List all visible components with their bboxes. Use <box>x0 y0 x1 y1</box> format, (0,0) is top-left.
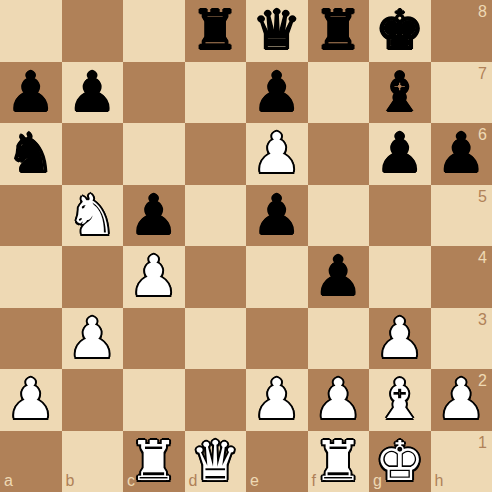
square-d2[interactable] <box>185 369 247 431</box>
square-g8[interactable]: ♚ <box>369 0 431 62</box>
square-d7[interactable] <box>185 62 247 124</box>
square-e4[interactable] <box>246 246 308 308</box>
piece-white-pawn[interactable]: ♟ <box>314 369 363 431</box>
square-b6[interactable] <box>62 123 124 185</box>
piece-black-pawn[interactable]: ♟ <box>68 62 117 124</box>
piece-black-pawn[interactable]: ♟ <box>375 123 424 185</box>
piece-white-rook[interactable]: ♜ <box>129 431 178 492</box>
piece-black-knight[interactable]: ♞ <box>6 123 55 185</box>
square-a5[interactable] <box>0 185 62 247</box>
file-label-e: e <box>250 473 259 489</box>
piece-black-pawn[interactable]: ♟ <box>437 123 486 185</box>
piece-black-pawn[interactable]: ♟ <box>252 62 301 124</box>
square-d3[interactable] <box>185 308 247 370</box>
rank-label-4: 4 <box>478 250 487 266</box>
square-b2[interactable] <box>62 369 124 431</box>
square-f5[interactable] <box>308 185 370 247</box>
square-c6[interactable] <box>123 123 185 185</box>
square-b7[interactable]: ♟ <box>62 62 124 124</box>
square-h8[interactable]: 8 <box>431 0 492 62</box>
file-label-h: h <box>435 473 444 489</box>
square-c7[interactable] <box>123 62 185 124</box>
square-h5[interactable]: 5 <box>431 185 492 247</box>
square-f2[interactable]: ♟ <box>308 369 370 431</box>
file-label-b: b <box>66 473 75 489</box>
square-e1[interactable]: e <box>246 431 308 492</box>
square-h6[interactable]: 6♟ <box>431 123 492 185</box>
piece-white-bishop[interactable]: ♝ <box>375 369 424 431</box>
piece-white-pawn[interactable]: ♟ <box>252 369 301 431</box>
square-g2[interactable]: ♝ <box>369 369 431 431</box>
piece-black-pawn[interactable]: ♟ <box>129 185 178 247</box>
piece-black-pawn[interactable]: ♟ <box>252 185 301 247</box>
square-g6[interactable]: ♟ <box>369 123 431 185</box>
rank-label-3: 3 <box>478 312 487 328</box>
square-d6[interactable] <box>185 123 247 185</box>
chess-board: ♜♛♜♚8♟♟♟♝7♞♟♟6♟♞♟♟5♟♟4♟♟3♟♟♟♝2♟abc♜d♛ef♜… <box>0 0 492 492</box>
rank-label-7: 7 <box>478 66 487 82</box>
file-label-a: a <box>4 473 13 489</box>
square-c3[interactable] <box>123 308 185 370</box>
square-a6[interactable]: ♞ <box>0 123 62 185</box>
square-c4[interactable]: ♟ <box>123 246 185 308</box>
rank-label-5: 5 <box>478 189 487 205</box>
square-f1[interactable]: f♜ <box>308 431 370 492</box>
square-a1[interactable]: a <box>0 431 62 492</box>
square-b5[interactable]: ♞ <box>62 185 124 247</box>
piece-white-pawn[interactable]: ♟ <box>252 123 301 185</box>
square-e6[interactable]: ♟ <box>246 123 308 185</box>
piece-white-rook[interactable]: ♜ <box>314 431 363 492</box>
square-h1[interactable]: 1h <box>431 431 492 492</box>
square-f7[interactable] <box>308 62 370 124</box>
square-b8[interactable] <box>62 0 124 62</box>
square-e8[interactable]: ♛ <box>246 0 308 62</box>
square-f3[interactable] <box>308 308 370 370</box>
square-b3[interactable]: ♟ <box>62 308 124 370</box>
rank-label-8: 8 <box>478 4 487 20</box>
square-e3[interactable] <box>246 308 308 370</box>
piece-black-king[interactable]: ♚ <box>375 0 424 62</box>
piece-white-knight[interactable]: ♞ <box>68 185 117 247</box>
square-a7[interactable]: ♟ <box>0 62 62 124</box>
square-c2[interactable] <box>123 369 185 431</box>
piece-white-pawn[interactable]: ♟ <box>375 308 424 370</box>
piece-white-pawn[interactable]: ♟ <box>6 369 55 431</box>
square-d1[interactable]: d♛ <box>185 431 247 492</box>
piece-white-pawn[interactable]: ♟ <box>68 308 117 370</box>
square-c5[interactable]: ♟ <box>123 185 185 247</box>
square-c8[interactable] <box>123 0 185 62</box>
square-d5[interactable] <box>185 185 247 247</box>
square-c1[interactable]: c♜ <box>123 431 185 492</box>
square-h3[interactable]: 3 <box>431 308 492 370</box>
piece-white-pawn[interactable]: ♟ <box>129 246 178 308</box>
square-g4[interactable] <box>369 246 431 308</box>
square-h2[interactable]: 2♟ <box>431 369 492 431</box>
square-b1[interactable]: b <box>62 431 124 492</box>
square-e2[interactable]: ♟ <box>246 369 308 431</box>
square-g7[interactable]: ♝ <box>369 62 431 124</box>
square-d8[interactable]: ♜ <box>185 0 247 62</box>
square-g3[interactable]: ♟ <box>369 308 431 370</box>
square-h7[interactable]: 7 <box>431 62 492 124</box>
square-b4[interactable] <box>62 246 124 308</box>
square-d4[interactable] <box>185 246 247 308</box>
piece-black-rook[interactable]: ♜ <box>191 0 240 62</box>
piece-black-queen[interactable]: ♛ <box>252 0 301 62</box>
square-a8[interactable] <box>0 0 62 62</box>
piece-white-pawn[interactable]: ♟ <box>437 369 486 431</box>
piece-black-bishop[interactable]: ♝ <box>375 62 424 124</box>
square-a2[interactable]: ♟ <box>0 369 62 431</box>
square-a4[interactable] <box>0 246 62 308</box>
piece-black-pawn[interactable]: ♟ <box>6 62 55 124</box>
square-e7[interactable]: ♟ <box>246 62 308 124</box>
piece-black-rook[interactable]: ♜ <box>314 0 363 62</box>
piece-white-queen[interactable]: ♛ <box>191 431 240 492</box>
square-a3[interactable] <box>0 308 62 370</box>
square-h4[interactable]: 4 <box>431 246 492 308</box>
rank-label-1: 1 <box>478 435 487 451</box>
square-g1[interactable]: g♚ <box>369 431 431 492</box>
square-f8[interactable]: ♜ <box>308 0 370 62</box>
piece-white-king[interactable]: ♚ <box>375 431 424 492</box>
piece-black-pawn[interactable]: ♟ <box>314 246 363 308</box>
square-f4[interactable]: ♟ <box>308 246 370 308</box>
square-g5[interactable] <box>369 185 431 247</box>
square-f6[interactable] <box>308 123 370 185</box>
square-e5[interactable]: ♟ <box>246 185 308 247</box>
